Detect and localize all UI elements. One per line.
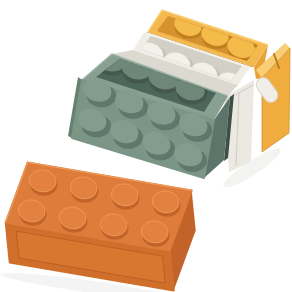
product-photo: Four plastic building-block shaped stora… (0, 0, 292, 292)
brick-boxes-illustration (0, 0, 292, 292)
